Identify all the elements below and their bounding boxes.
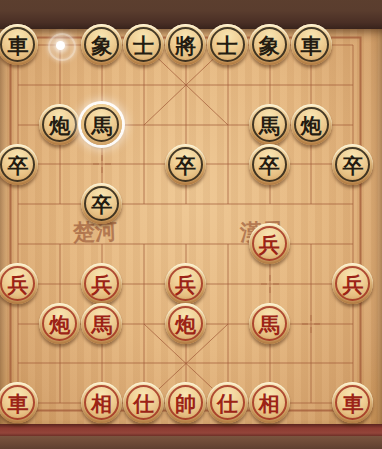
board-point[interactable]: [165, 105, 207, 145]
piece-red-soldier[interactable]: 兵: [81, 263, 122, 304]
piece-glyph: 仕: [133, 393, 154, 414]
piece-glyph: 卒: [342, 155, 363, 176]
board-point[interactable]: [39, 264, 81, 304]
board-point[interactable]: [290, 184, 332, 224]
board-point[interactable]: [165, 343, 207, 383]
board-point[interactable]: 卒: [165, 144, 207, 184]
piece-red-elephant[interactable]: 相: [249, 382, 290, 423]
piece-black-general[interactable]: 將: [165, 24, 206, 65]
board-point[interactable]: [290, 383, 332, 423]
piece-glyph: 炮: [175, 314, 196, 335]
board-point[interactable]: [248, 184, 290, 224]
board-point[interactable]: 兵: [165, 264, 207, 304]
board-point[interactable]: [0, 105, 39, 145]
board-point[interactable]: [206, 65, 248, 105]
board-point[interactable]: 馬: [248, 303, 290, 343]
piece-glyph: 象: [91, 35, 112, 56]
board-point[interactable]: [39, 65, 81, 105]
piece-black-elephant[interactable]: 象: [249, 24, 290, 65]
piece-glyph: 車: [301, 35, 322, 56]
piece-glyph: 馬: [91, 115, 112, 136]
board-point[interactable]: [123, 264, 165, 304]
piece-glyph: 兵: [259, 234, 280, 255]
table-background-bottom: [0, 436, 382, 449]
board-point[interactable]: 士: [206, 25, 248, 65]
piece-glyph: 馬: [91, 314, 112, 335]
board-point[interactable]: 車: [0, 25, 39, 65]
piece-black-soldier[interactable]: 卒: [249, 144, 290, 185]
board-point[interactable]: 象: [248, 25, 290, 65]
piece-red-soldier[interactable]: 兵: [0, 263, 38, 304]
piece-red-horse[interactable]: 馬: [249, 303, 290, 344]
board-point[interactable]: [165, 65, 207, 105]
board-point[interactable]: [206, 343, 248, 383]
board-point[interactable]: [123, 65, 165, 105]
piece-red-soldier[interactable]: 兵: [165, 263, 206, 304]
board-point[interactable]: 兵: [81, 264, 123, 304]
board-point[interactable]: 將: [165, 25, 207, 65]
board-point[interactable]: [39, 224, 81, 264]
piece-glyph: 相: [259, 393, 280, 414]
piece-black-chariot[interactable]: 車: [291, 24, 332, 65]
board-point[interactable]: [123, 105, 165, 145]
piece-red-cannon[interactable]: 炮: [165, 303, 206, 344]
piece-glyph: 馬: [259, 314, 280, 335]
board-point[interactable]: 車: [290, 25, 332, 65]
board-point[interactable]: [332, 184, 374, 224]
board-point[interactable]: [123, 224, 165, 264]
board-point[interactable]: 仕: [206, 383, 248, 423]
piece-black-horse[interactable]: 馬: [249, 104, 290, 145]
board-point[interactable]: [81, 224, 123, 264]
board-grid[interactable]: 車象士將士象車炮馬馬炮卒卒卒卒卒兵兵兵兵兵炮馬炮馬車相仕帥仕相車: [0, 25, 374, 423]
board-point[interactable]: [206, 224, 248, 264]
piece-black-horse[interactable]: 馬: [81, 104, 122, 145]
board-point[interactable]: [332, 303, 374, 343]
board-point[interactable]: [123, 144, 165, 184]
piece-red-horse[interactable]: 馬: [81, 303, 122, 344]
piece-glyph: 仕: [217, 393, 238, 414]
piece-glyph: 士: [217, 35, 238, 56]
piece-red-elephant[interactable]: 相: [81, 382, 122, 423]
board-point[interactable]: [248, 343, 290, 383]
piece-glyph: 士: [133, 35, 154, 56]
piece-glyph: 卒: [7, 155, 28, 176]
board-point[interactable]: [0, 224, 39, 264]
board-point[interactable]: [39, 343, 81, 383]
piece-red-advisor[interactable]: 仕: [207, 382, 248, 423]
piece-glyph: 車: [342, 393, 363, 414]
board-point[interactable]: [81, 144, 123, 184]
board-point[interactable]: 卒: [248, 144, 290, 184]
piece-glyph: 卒: [259, 155, 280, 176]
xiangqi-game-screen: 楚河 漢界 車象士將士象車炮馬馬炮卒卒卒卒卒兵兵兵兵兵炮馬炮馬車相仕帥仕相車: [0, 0, 382, 449]
board-point[interactable]: 相: [248, 383, 290, 423]
board-point[interactable]: [39, 144, 81, 184]
piece-glyph: 將: [175, 35, 196, 56]
piece-glyph: 帥: [175, 393, 196, 414]
board-point[interactable]: 馬: [248, 105, 290, 145]
board-point[interactable]: [0, 184, 39, 224]
board-point[interactable]: 卒: [0, 144, 39, 184]
board-point[interactable]: 炮: [165, 303, 207, 343]
piece-black-chariot[interactable]: 車: [0, 24, 38, 65]
board-point[interactable]: 炮: [39, 105, 81, 145]
board-point[interactable]: [332, 343, 374, 383]
board-point[interactable]: [332, 224, 374, 264]
board-point[interactable]: [39, 383, 81, 423]
piece-glyph: 兵: [91, 274, 112, 295]
board-point[interactable]: [206, 105, 248, 145]
piece-black-cannon[interactable]: 炮: [291, 104, 332, 145]
board-point[interactable]: [290, 264, 332, 304]
piece-black-soldier[interactable]: 卒: [332, 144, 373, 185]
board-point[interactable]: [123, 343, 165, 383]
board-point[interactable]: [206, 264, 248, 304]
board-point[interactable]: 兵: [0, 264, 39, 304]
board-point[interactable]: 炮: [290, 105, 332, 145]
piece-glyph: 馬: [259, 115, 280, 136]
board-point[interactable]: 象: [81, 25, 123, 65]
board-point[interactable]: [123, 303, 165, 343]
piece-red-general[interactable]: 帥: [165, 382, 206, 423]
board-point[interactable]: 馬: [81, 105, 123, 145]
board-point[interactable]: [248, 264, 290, 304]
board-point[interactable]: [165, 224, 207, 264]
board-point[interactable]: [39, 25, 81, 65]
board-point[interactable]: [165, 184, 207, 224]
board-point[interactable]: [290, 224, 332, 264]
piece-black-advisor[interactable]: 士: [207, 24, 248, 65]
piece-red-soldier[interactable]: 兵: [332, 263, 373, 304]
piece-glyph: 卒: [91, 194, 112, 215]
board-point[interactable]: [0, 303, 39, 343]
piece-red-chariot[interactable]: 車: [332, 382, 373, 423]
piece-glyph: 車: [7, 35, 28, 56]
board-point[interactable]: [81, 343, 123, 383]
board-point[interactable]: [81, 65, 123, 105]
board-point[interactable]: 兵: [248, 224, 290, 264]
board-point[interactable]: 仕: [123, 383, 165, 423]
board-point[interactable]: [39, 184, 81, 224]
piece-red-soldier[interactable]: 兵: [249, 223, 290, 264]
board-point[interactable]: [332, 25, 374, 65]
board-point[interactable]: [206, 303, 248, 343]
board-point[interactable]: 相: [81, 383, 123, 423]
board-point[interactable]: [290, 144, 332, 184]
board-point[interactable]: 士: [123, 25, 165, 65]
piece-black-soldier[interactable]: 卒: [0, 144, 38, 185]
piece-black-cannon[interactable]: 炮: [39, 104, 80, 145]
board-point[interactable]: [123, 184, 165, 224]
board-point[interactable]: 卒: [81, 184, 123, 224]
piece-glyph: 車: [7, 393, 28, 414]
piece-black-soldier[interactable]: 卒: [81, 183, 122, 224]
piece-glyph: 炮: [49, 115, 70, 136]
piece-red-chariot[interactable]: 車: [0, 382, 38, 423]
piece-glyph: 兵: [175, 274, 196, 295]
piece-glyph: 象: [259, 35, 280, 56]
board-point[interactable]: [0, 65, 39, 105]
piece-glyph: 兵: [7, 274, 28, 295]
piece-glyph: 炮: [301, 115, 322, 136]
board-point[interactable]: [248, 65, 290, 105]
board-point[interactable]: [290, 65, 332, 105]
board-point[interactable]: 車: [0, 383, 39, 423]
board-point[interactable]: 帥: [165, 383, 207, 423]
board-point[interactable]: [290, 343, 332, 383]
board-point[interactable]: 卒: [332, 144, 374, 184]
piece-glyph: 卒: [175, 155, 196, 176]
piece-red-cannon[interactable]: 炮: [39, 303, 80, 344]
board-point[interactable]: 馬: [81, 303, 123, 343]
board-point[interactable]: [0, 343, 39, 383]
piece-black-soldier[interactable]: 卒: [165, 144, 206, 185]
piece-black-advisor[interactable]: 士: [123, 24, 164, 65]
piece-glyph: 兵: [342, 274, 363, 295]
piece-black-elephant[interactable]: 象: [81, 24, 122, 65]
board-edge-strip: [0, 424, 382, 436]
board-point[interactable]: 兵: [332, 264, 374, 304]
board-point[interactable]: 炮: [39, 303, 81, 343]
board-point[interactable]: [290, 303, 332, 343]
piece-red-advisor[interactable]: 仕: [123, 382, 164, 423]
piece-glyph: 炮: [49, 314, 70, 335]
board-point[interactable]: 車: [332, 383, 374, 423]
board-point[interactable]: [332, 65, 374, 105]
board-point[interactable]: [332, 105, 374, 145]
board-point[interactable]: [206, 184, 248, 224]
piece-glyph: 相: [91, 393, 112, 414]
board-point[interactable]: [206, 144, 248, 184]
